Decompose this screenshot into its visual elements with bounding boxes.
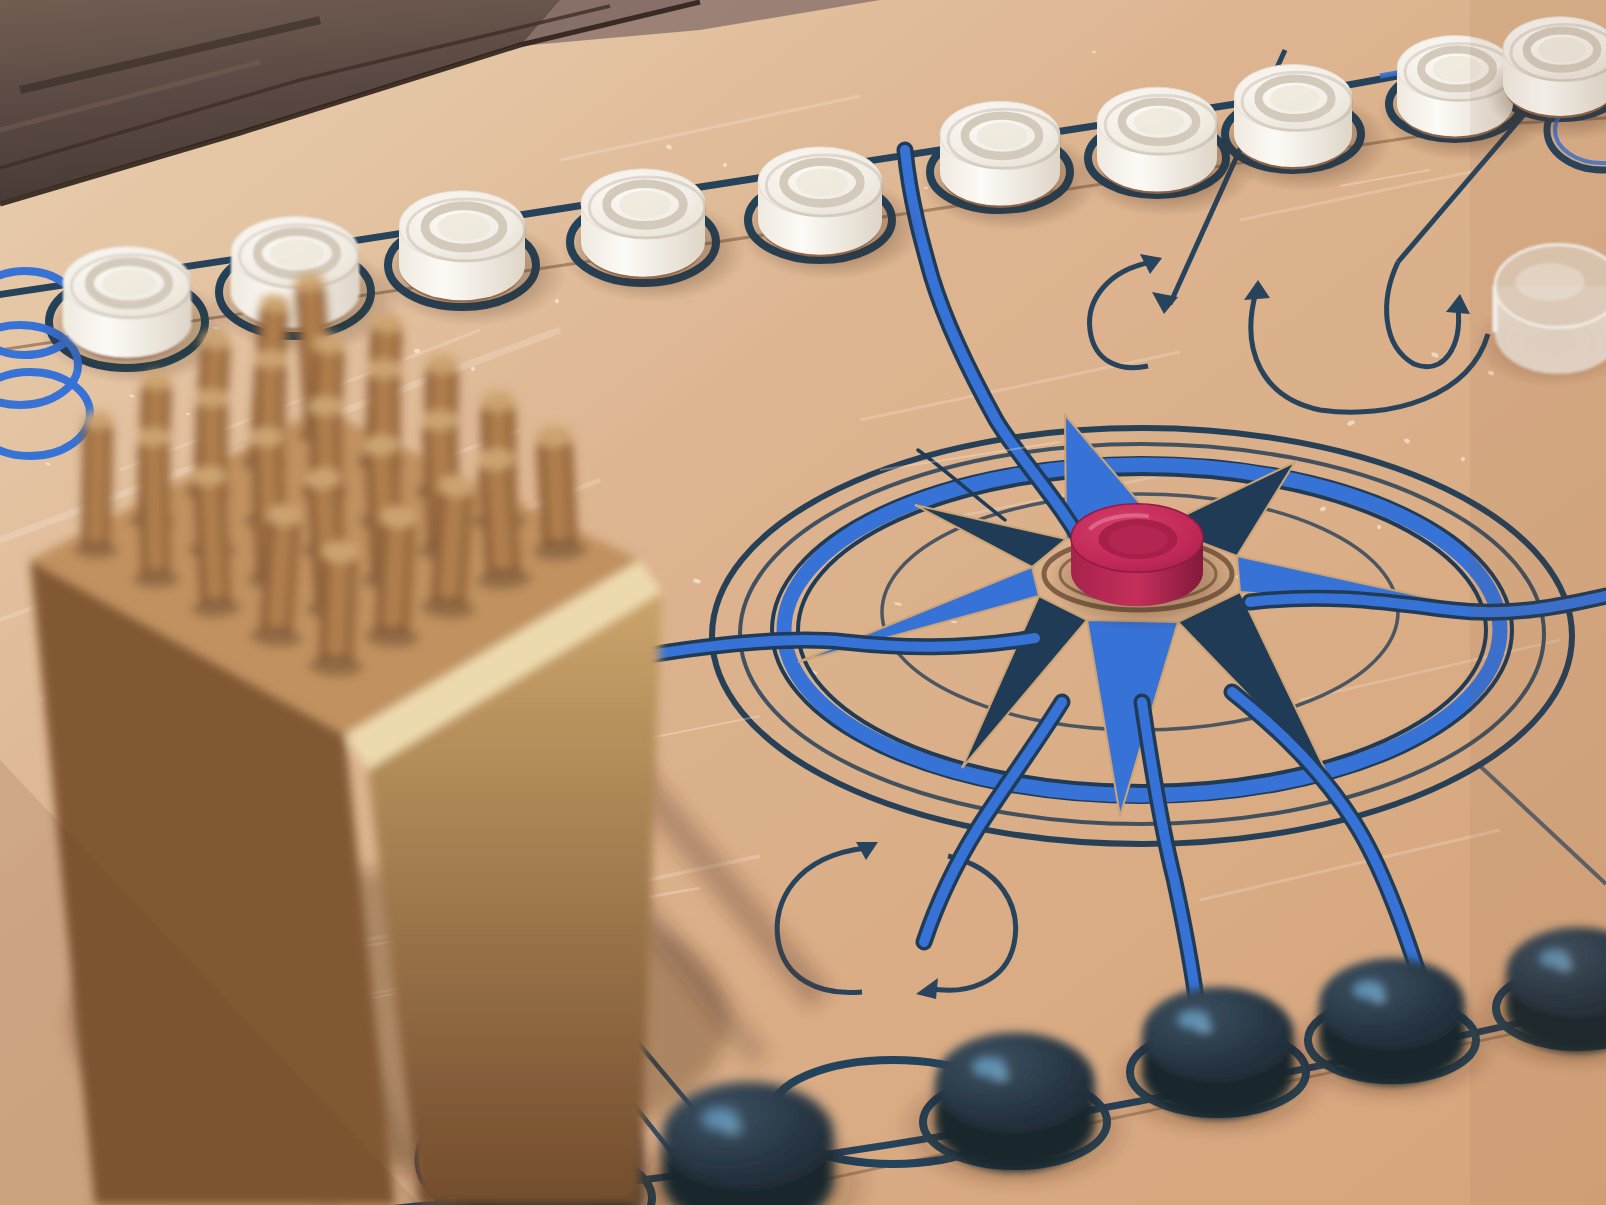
lighting — [0, 0, 1606, 1205]
carrom-board-photo: Carrom / Couronne — wooden board with co… — [0, 0, 1606, 1205]
board-scene — [0, 0, 1606, 1205]
